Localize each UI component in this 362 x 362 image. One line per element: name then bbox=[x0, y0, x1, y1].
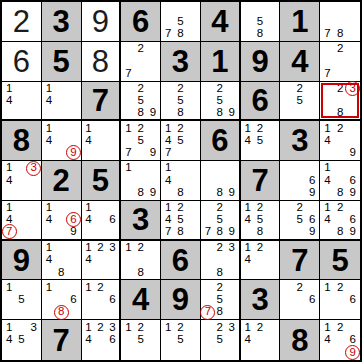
cell-r7c6[interactable]: 238 bbox=[201, 241, 241, 281]
empty-mark bbox=[266, 122, 278, 134]
cell-r9c4[interactable]: 125 bbox=[121, 320, 161, 360]
empty-mark bbox=[266, 254, 278, 266]
empty-mark bbox=[15, 202, 27, 214]
given-digit: 9 bbox=[251, 46, 268, 77]
cell-r7c8[interactable]: 7 bbox=[280, 241, 320, 281]
empty-mark bbox=[135, 174, 147, 186]
candidate-5: 5 bbox=[174, 214, 186, 226]
candidate-5: 5 bbox=[174, 94, 186, 106]
cell-r3c3[interactable]: 7 bbox=[82, 82, 122, 122]
cell-r3c7[interactable]: 6 bbox=[241, 82, 281, 122]
cell-r5c7[interactable]: 7 bbox=[241, 161, 281, 201]
pencil-marks: 25789 bbox=[202, 202, 238, 238]
candidate-6: 6 bbox=[306, 214, 318, 226]
empty-mark bbox=[28, 334, 40, 347]
empty-mark bbox=[281, 281, 293, 293]
pencil-marks: 12458 bbox=[242, 202, 279, 238]
empty-mark bbox=[281, 83, 293, 95]
empty-mark bbox=[135, 147, 147, 159]
empty-mark bbox=[321, 294, 334, 306]
empty-mark bbox=[55, 94, 67, 106]
empty-mark bbox=[226, 162, 238, 174]
empty-mark bbox=[55, 135, 67, 147]
candidate-2: 2 bbox=[174, 202, 186, 214]
empty-mark bbox=[334, 174, 347, 186]
cell-r9c6[interactable]: 235 bbox=[201, 320, 241, 360]
empty-mark bbox=[106, 226, 118, 238]
empty-mark bbox=[28, 174, 40, 186]
pencil-marks: 125 bbox=[122, 321, 159, 359]
candidate-8: 8 bbox=[214, 226, 226, 238]
pencil-marks: 15 bbox=[3, 281, 40, 318]
empty-mark bbox=[202, 266, 214, 278]
pencil-marks: 126 bbox=[321, 281, 359, 318]
candidate-2: 2 bbox=[254, 242, 266, 254]
empty-mark bbox=[226, 254, 238, 266]
empty-mark bbox=[334, 67, 347, 79]
empty-mark bbox=[94, 147, 106, 159]
empty-mark bbox=[281, 174, 293, 186]
empty-mark bbox=[334, 135, 347, 147]
empty-mark bbox=[28, 281, 40, 293]
candidate-4: 4 bbox=[83, 334, 95, 347]
cell-r8c7[interactable]: 3 bbox=[241, 280, 281, 320]
candidate-2: 2 bbox=[334, 122, 347, 134]
empty-mark bbox=[15, 83, 27, 95]
pencil-marks: 578 bbox=[162, 3, 199, 40]
cell-r4c5[interactable]: 12457 bbox=[161, 121, 201, 161]
cell-r1c3[interactable]: 9 bbox=[82, 2, 122, 42]
empty-mark bbox=[294, 294, 306, 306]
candidate-4: 4 bbox=[83, 135, 95, 147]
candidate-3: 3 bbox=[106, 321, 118, 334]
cell-r7c1[interactable]: 9 bbox=[2, 241, 42, 281]
cell-r3c1[interactable]: 14 bbox=[2, 82, 42, 122]
cell-r6c4[interactable]: 3 bbox=[121, 201, 161, 241]
empty-mark bbox=[122, 187, 134, 199]
empty-mark bbox=[187, 106, 199, 118]
empty-mark bbox=[55, 242, 67, 254]
empty-mark bbox=[162, 94, 174, 106]
cell-r7c3[interactable]: 1234 bbox=[82, 241, 122, 281]
pencil-marks: 26 bbox=[281, 281, 318, 318]
empty-mark bbox=[306, 106, 318, 118]
cell-r2c6[interactable]: 1 bbox=[201, 42, 241, 82]
given-digit: 5 bbox=[53, 46, 70, 77]
candidate-3: 3 bbox=[226, 321, 238, 334]
pencil-marks: 238 bbox=[202, 242, 238, 279]
cell-r6c2[interactable]: 1469 bbox=[42, 201, 82, 241]
cell-r8c1[interactable]: 15 bbox=[2, 280, 42, 320]
empty-mark bbox=[43, 266, 55, 278]
empty-mark bbox=[174, 3, 186, 15]
cell-r4c9[interactable]: 1249 bbox=[320, 121, 360, 161]
empty-mark bbox=[122, 106, 134, 118]
empty-mark bbox=[266, 226, 278, 238]
pencil-marks: 128 bbox=[122, 242, 159, 279]
candidate-9: 9 bbox=[147, 106, 159, 118]
cell-r2c3[interactable]: 8 bbox=[82, 42, 122, 82]
cell-r1c7[interactable]: 58 bbox=[241, 2, 281, 42]
candidate-1: 1 bbox=[43, 202, 55, 214]
cell-r6c9[interactable]: 124689 bbox=[320, 201, 360, 241]
cell-r5c3[interactable]: 5 bbox=[82, 161, 122, 201]
empty-mark bbox=[254, 334, 266, 347]
empty-mark bbox=[122, 55, 134, 67]
empty-mark bbox=[162, 334, 174, 347]
candidate-8: 8 bbox=[135, 266, 147, 278]
empty-mark bbox=[187, 321, 199, 334]
given-digit: 3 bbox=[53, 6, 70, 37]
candidate-5: 5 bbox=[214, 214, 226, 226]
cell-r4c1[interactable]: 8 bbox=[2, 121, 42, 161]
cell-r2c5[interactable]: 3 bbox=[161, 42, 201, 82]
candidate-9: 9 bbox=[346, 187, 359, 199]
given-digit: 8 bbox=[291, 325, 308, 356]
candidate-4: 4 bbox=[3, 94, 15, 106]
cell-r8c9[interactable]: 126 bbox=[320, 280, 360, 320]
cell-r9c1[interactable]: 1345 bbox=[2, 320, 42, 360]
candidate-2: 2 bbox=[334, 281, 347, 293]
candidate-8: 8 bbox=[254, 28, 266, 40]
given-digit: 5 bbox=[331, 245, 348, 276]
empty-mark bbox=[83, 294, 95, 306]
cell-r9c3[interactable]: 12346 bbox=[82, 320, 122, 360]
cell-r2c1[interactable]: 6 bbox=[2, 42, 42, 82]
empty-mark bbox=[226, 294, 238, 306]
empty-mark bbox=[147, 266, 159, 278]
candidate-5: 5 bbox=[214, 334, 226, 347]
pencil-marks: 2589 bbox=[202, 83, 238, 119]
candidate-4: 4 bbox=[3, 334, 15, 347]
candidate-7-circled: 7 bbox=[3, 226, 15, 238]
empty-mark bbox=[94, 254, 106, 266]
empty-mark bbox=[106, 122, 118, 134]
candidate-5: 5 bbox=[254, 214, 266, 226]
cell-r7c9[interactable]: 5 bbox=[320, 241, 360, 281]
pencil-marks: 12346 bbox=[83, 321, 119, 359]
pencil-marks: 14 bbox=[3, 83, 40, 119]
candidate-1: 1 bbox=[83, 202, 95, 214]
empty-mark bbox=[28, 187, 40, 199]
candidate-4: 4 bbox=[321, 135, 334, 147]
empty-mark bbox=[321, 346, 334, 359]
given-digit: 2 bbox=[53, 165, 70, 196]
candidate-2: 2 bbox=[294, 202, 306, 214]
cell-r1c6[interactable]: 4 bbox=[201, 2, 241, 42]
empty-mark bbox=[187, 202, 199, 214]
empty-mark bbox=[346, 28, 359, 40]
empty-mark bbox=[187, 83, 199, 95]
empty-mark bbox=[242, 28, 254, 40]
cell-r8c5[interactable]: 9 bbox=[161, 280, 201, 320]
cell-r7c5[interactable]: 6 bbox=[161, 241, 201, 281]
cell-r1c1[interactable]: 2 bbox=[2, 2, 42, 42]
candidate-2: 2 bbox=[254, 122, 266, 134]
solved-digit: 2 bbox=[13, 6, 30, 37]
pencil-marks: 235 bbox=[202, 321, 238, 359]
cell-r2c4[interactable]: 27 bbox=[121, 42, 161, 82]
candidate-2: 2 bbox=[254, 321, 266, 334]
pencil-marks: 89 bbox=[202, 162, 238, 199]
cell-r4c3[interactable]: 14 bbox=[82, 121, 122, 161]
empty-mark bbox=[135, 346, 147, 359]
cell-r4c6[interactable]: 6 bbox=[201, 121, 241, 161]
empty-mark bbox=[226, 266, 238, 278]
empty-mark bbox=[306, 281, 318, 293]
cell-r4c2[interactable]: 149 bbox=[42, 121, 82, 161]
empty-mark bbox=[83, 346, 95, 359]
empty-mark bbox=[334, 214, 347, 226]
pencil-marks: 124 bbox=[242, 321, 279, 359]
pencil-marks: 78 bbox=[321, 3, 359, 40]
cell-r4c4[interactable]: 12579 bbox=[121, 121, 161, 161]
candidate-1: 1 bbox=[3, 83, 15, 95]
empty-mark bbox=[202, 346, 214, 359]
cell-r7c4[interactable]: 128 bbox=[121, 241, 161, 281]
empty-mark bbox=[67, 106, 79, 118]
pencil-marks: 125 bbox=[162, 321, 199, 359]
cell-r8c8[interactable]: 26 bbox=[280, 280, 320, 320]
empty-mark bbox=[3, 346, 15, 359]
candidate-9: 9 bbox=[226, 187, 238, 199]
empty-mark bbox=[294, 226, 306, 238]
cell-r1c2[interactable]: 3 bbox=[42, 2, 82, 42]
candidate-1: 1 bbox=[122, 162, 134, 174]
cell-r3c2[interactable]: 14 bbox=[42, 82, 82, 122]
empty-mark bbox=[266, 242, 278, 254]
cell-r3c5[interactable]: 258 bbox=[161, 82, 201, 122]
empty-mark bbox=[266, 214, 278, 226]
empty-mark bbox=[67, 281, 79, 293]
candidate-6: 6 bbox=[67, 294, 79, 306]
solved-digit: 6 bbox=[13, 46, 30, 77]
empty-mark bbox=[266, 135, 278, 147]
candidate-8: 8 bbox=[334, 106, 347, 118]
empty-mark bbox=[281, 202, 293, 214]
cell-r6c3[interactable]: 146 bbox=[82, 201, 122, 241]
empty-mark bbox=[334, 294, 347, 306]
cell-r9c8[interactable]: 8 bbox=[280, 320, 320, 360]
cell-r3c8[interactable]: 25 bbox=[280, 82, 320, 122]
empty-mark bbox=[321, 94, 334, 106]
cell-r8c3[interactable]: 126 bbox=[82, 280, 122, 320]
candidate-7: 7 bbox=[202, 226, 214, 238]
cell-r9c9[interactable]: 12469 bbox=[320, 320, 360, 360]
empty-mark bbox=[94, 202, 106, 214]
cell-r2c2[interactable]: 5 bbox=[42, 42, 82, 82]
empty-mark bbox=[294, 187, 306, 199]
candidate-2: 2 bbox=[174, 321, 186, 334]
empty-mark bbox=[187, 15, 199, 27]
given-digit: 7 bbox=[53, 325, 70, 356]
empty-mark bbox=[3, 294, 15, 306]
empty-mark bbox=[214, 174, 226, 186]
empty-mark bbox=[346, 321, 359, 334]
candidate-7: 7 bbox=[122, 147, 134, 159]
cell-r6c7[interactable]: 12458 bbox=[241, 201, 281, 241]
cell-r1c8[interactable]: 1 bbox=[280, 2, 320, 42]
empty-mark bbox=[15, 214, 27, 226]
pencil-marks: 148 bbox=[43, 242, 80, 279]
empty-mark bbox=[266, 202, 278, 214]
cell-r5c8[interactable]: 69 bbox=[280, 161, 320, 201]
candidate-4: 4 bbox=[43, 214, 55, 226]
cell-r2c9[interactable]: 27 bbox=[320, 42, 360, 82]
candidate-6: 6 bbox=[346, 294, 359, 306]
candidate-4: 4 bbox=[242, 254, 254, 266]
empty-mark bbox=[147, 242, 159, 254]
candidate-1: 1 bbox=[242, 122, 254, 134]
given-digit: 6 bbox=[172, 245, 189, 276]
cell-r6c8[interactable]: 2569 bbox=[280, 201, 320, 241]
empty-mark bbox=[147, 43, 159, 55]
candidate-1: 1 bbox=[122, 122, 134, 134]
empty-mark bbox=[147, 94, 159, 106]
candidate-7: 7 bbox=[321, 67, 334, 79]
pencil-marks: 25 bbox=[281, 83, 318, 119]
empty-mark bbox=[147, 135, 159, 147]
empty-mark bbox=[162, 15, 174, 27]
empty-mark bbox=[187, 28, 199, 40]
empty-mark bbox=[202, 83, 214, 95]
candidate-5: 5 bbox=[135, 135, 147, 147]
cell-r1c9[interactable]: 78 bbox=[320, 2, 360, 42]
empty-mark bbox=[28, 106, 40, 118]
candidate-2: 2 bbox=[174, 122, 186, 134]
pencil-marks: 146 bbox=[83, 202, 119, 238]
empty-mark bbox=[202, 334, 214, 347]
candidate-4: 4 bbox=[242, 135, 254, 147]
cell-r3c4[interactable]: 2589 bbox=[121, 82, 161, 122]
cell-r5c9[interactable]: 14689 bbox=[320, 161, 360, 201]
empty-mark bbox=[106, 306, 118, 318]
candidate-6: 6 bbox=[106, 214, 118, 226]
empty-mark bbox=[122, 254, 134, 266]
candidate-5: 5 bbox=[214, 294, 226, 306]
candidate-9: 9 bbox=[346, 226, 359, 238]
candidate-4: 4 bbox=[43, 135, 55, 147]
cell-r5c5[interactable]: 148 bbox=[161, 161, 201, 201]
pencil-marks: 12579 bbox=[122, 122, 159, 159]
empty-mark bbox=[162, 3, 174, 15]
empty-mark bbox=[266, 28, 278, 40]
cell-r3c9[interactable]: 238 bbox=[320, 82, 360, 122]
cell-r6c1[interactable]: 147 bbox=[2, 201, 42, 241]
pencil-marks: 27 bbox=[122, 43, 159, 80]
cell-r7c2[interactable]: 148 bbox=[42, 241, 82, 281]
empty-mark bbox=[334, 306, 347, 318]
candidate-8: 8 bbox=[174, 226, 186, 238]
given-digit: 9 bbox=[172, 284, 189, 315]
candidate-4: 4 bbox=[43, 254, 55, 266]
cell-r4c7[interactable]: 1245 bbox=[241, 121, 281, 161]
empty-mark bbox=[202, 281, 214, 293]
cell-r9c2[interactable]: 7 bbox=[42, 320, 82, 360]
empty-mark bbox=[266, 147, 278, 159]
cell-r2c7[interactable]: 9 bbox=[241, 42, 281, 82]
empty-mark bbox=[55, 83, 67, 95]
empty-mark bbox=[202, 174, 214, 186]
cell-r4c8[interactable]: 3 bbox=[280, 121, 320, 161]
cell-r8c4[interactable]: 4 bbox=[121, 280, 161, 320]
empty-mark bbox=[242, 346, 254, 359]
candidate-3: 3 bbox=[28, 321, 40, 334]
empty-mark bbox=[346, 202, 359, 214]
empty-mark bbox=[187, 122, 199, 134]
empty-mark bbox=[135, 254, 147, 266]
cell-r1c4[interactable]: 6 bbox=[121, 2, 161, 42]
candidate-4: 4 bbox=[321, 214, 334, 226]
cell-r9c5[interactable]: 125 bbox=[161, 320, 201, 360]
cell-r2c8[interactable]: 4 bbox=[280, 42, 320, 82]
candidate-3: 3 bbox=[106, 242, 118, 254]
cell-r8c2[interactable]: 168 bbox=[42, 280, 82, 320]
given-digit: 3 bbox=[291, 125, 308, 156]
empty-mark bbox=[122, 266, 134, 278]
candidate-8: 8 bbox=[55, 266, 67, 278]
cell-r5c1[interactable]: 134 bbox=[2, 161, 42, 201]
empty-mark bbox=[162, 106, 174, 118]
empty-mark bbox=[242, 3, 254, 15]
candidate-3-circled: 3 bbox=[346, 83, 359, 95]
candidate-4: 4 bbox=[3, 174, 15, 186]
candidate-1: 1 bbox=[122, 242, 134, 254]
empty-mark bbox=[346, 106, 359, 118]
empty-mark bbox=[214, 346, 226, 359]
cell-r1c5[interactable]: 578 bbox=[161, 2, 201, 42]
cell-r9c7[interactable]: 124 bbox=[241, 320, 281, 360]
pencil-marks: 69 bbox=[281, 162, 318, 199]
cell-r6c5[interactable]: 124578 bbox=[161, 201, 201, 241]
empty-mark bbox=[106, 266, 118, 278]
empty-mark bbox=[28, 294, 40, 306]
candidate-4: 4 bbox=[162, 214, 174, 226]
cell-r8c6[interactable]: 2578 bbox=[201, 280, 241, 320]
empty-mark bbox=[214, 254, 226, 266]
empty-mark bbox=[122, 83, 134, 95]
empty-mark bbox=[321, 106, 334, 118]
cell-r5c6[interactable]: 89 bbox=[201, 161, 241, 201]
candidate-5: 5 bbox=[214, 94, 226, 106]
cell-r5c4[interactable]: 189 bbox=[121, 161, 161, 201]
pencil-marks: 1245 bbox=[242, 122, 279, 159]
cell-r7c7[interactable]: 124 bbox=[241, 241, 281, 281]
empty-mark bbox=[162, 83, 174, 95]
empty-mark bbox=[294, 306, 306, 318]
candidate-9: 9 bbox=[226, 226, 238, 238]
empty-mark bbox=[147, 83, 159, 95]
candidate-1: 1 bbox=[242, 242, 254, 254]
empty-mark bbox=[202, 187, 214, 199]
candidate-9: 9 bbox=[346, 147, 359, 159]
candidate-8: 8 bbox=[174, 106, 186, 118]
candidate-8: 8 bbox=[334, 28, 347, 40]
cell-r3c6[interactable]: 2589 bbox=[201, 82, 241, 122]
candidate-4: 4 bbox=[242, 214, 254, 226]
candidate-1: 1 bbox=[242, 202, 254, 214]
given-digit: 7 bbox=[251, 165, 268, 196]
candidate-5: 5 bbox=[135, 334, 147, 347]
cell-r6c6[interactable]: 25789 bbox=[201, 201, 241, 241]
candidate-8: 8 bbox=[214, 306, 226, 318]
candidate-2: 2 bbox=[214, 321, 226, 334]
cell-r5c2[interactable]: 2 bbox=[42, 161, 82, 201]
pencil-marks: 126 bbox=[83, 281, 119, 318]
empty-mark bbox=[187, 214, 199, 226]
pencil-marks: 258 bbox=[162, 83, 199, 119]
pencil-marks: 14 bbox=[43, 83, 80, 119]
